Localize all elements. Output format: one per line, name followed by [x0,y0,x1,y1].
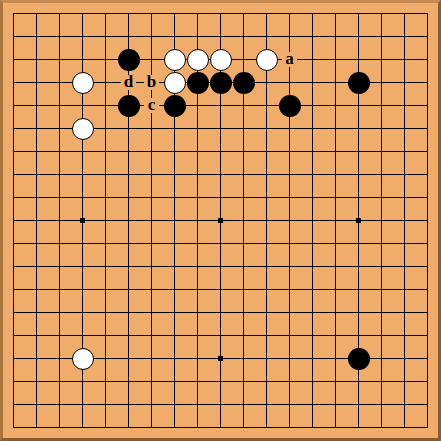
star-point [218,356,223,361]
go-board: abcd [0,0,441,441]
black-stone [233,72,255,94]
white-stone [187,49,209,71]
black-stone [210,72,232,94]
black-stone [348,72,370,94]
star-point [356,218,361,223]
black-stone [118,95,140,117]
point-label-a: a [282,52,297,67]
point-label-d: d [121,75,136,90]
white-stone [72,348,94,370]
black-stone [279,95,301,117]
black-stone [164,95,186,117]
white-stone [164,72,186,94]
white-stone [72,72,94,94]
white-stone [256,49,278,71]
white-stone [164,49,186,71]
point-label-b: b [144,75,159,90]
white-stone [210,49,232,71]
stones-layer: abcd [3,3,438,438]
black-stone [187,72,209,94]
star-point [80,218,85,223]
black-stone [348,348,370,370]
point-label-c: c [144,98,159,113]
black-stone [118,49,140,71]
white-stone [72,118,94,140]
star-point [218,218,223,223]
